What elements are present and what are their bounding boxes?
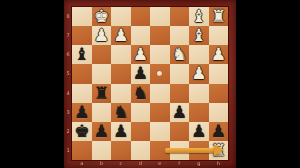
square-e2[interactable] xyxy=(150,122,170,141)
square-f3[interactable]: ♟ xyxy=(170,103,190,122)
square-h4[interactable] xyxy=(209,84,229,103)
square-c1[interactable] xyxy=(111,141,131,160)
piece-black-bishop: ♝ xyxy=(74,46,89,63)
square-a5[interactable] xyxy=(72,64,92,83)
piece-black-knight: ♞ xyxy=(133,84,148,101)
square-d6[interactable]: ♟ xyxy=(131,45,151,64)
piece-white-pawn: ♟ xyxy=(113,27,128,44)
square-f4[interactable] xyxy=(170,84,190,103)
rank-label-2: 2 xyxy=(64,129,72,134)
screenshot: 87654321 abcdefgh ♚♝♜♟♟♝♝♟♞♟♟♟♜♞♟♞♟♚♟♟♟♟… xyxy=(0,0,300,168)
square-f6[interactable]: ♞ xyxy=(170,45,190,64)
square-f7[interactable] xyxy=(170,26,190,45)
piece-black-pawn: ♟ xyxy=(74,103,89,120)
rank-label-4: 4 xyxy=(64,91,72,96)
square-e7[interactable] xyxy=(150,26,170,45)
rank-label-5: 5 xyxy=(64,71,72,76)
square-g4[interactable] xyxy=(189,84,209,103)
square-b7[interactable]: ♟ xyxy=(92,26,112,45)
square-d8[interactable] xyxy=(131,7,151,26)
piece-white-bishop: ♝ xyxy=(191,8,206,25)
square-g1[interactable] xyxy=(189,141,209,160)
chess-board: ♚♝♜♟♟♝♝♟♞♟♟♟♜♞♟♞♟♚♟♟♟♟♜ xyxy=(72,7,228,160)
piece-white-pawn: ♟ xyxy=(94,27,109,44)
square-a6[interactable]: ♝ xyxy=(72,45,92,64)
piece-white-rook: ♜ xyxy=(211,8,226,25)
rank-label-3: 3 xyxy=(64,110,72,115)
file-label-g: g xyxy=(189,161,209,166)
left-black-bar xyxy=(0,0,64,168)
square-g8[interactable]: ♝ xyxy=(189,7,209,26)
square-a8[interactable] xyxy=(72,7,92,26)
square-c2[interactable]: ♟ xyxy=(111,122,131,141)
piece-black-pawn: ♟ xyxy=(133,65,148,82)
piece-black-pawn: ♟ xyxy=(172,103,187,120)
square-h6[interactable]: ♟ xyxy=(209,45,229,64)
right-black-bar xyxy=(236,0,300,168)
rank-label-6: 6 xyxy=(64,52,72,57)
piece-white-king: ♚ xyxy=(94,8,109,25)
square-h1[interactable]: ♜ xyxy=(209,141,229,160)
file-label-c: c xyxy=(111,161,131,166)
piece-black-pawn: ♟ xyxy=(94,122,109,139)
file-label-f: f xyxy=(170,161,190,166)
piece-black-rook: ♜ xyxy=(94,84,109,101)
square-a4[interactable] xyxy=(72,84,92,103)
square-a7[interactable] xyxy=(72,26,92,45)
square-h3[interactable] xyxy=(209,103,229,122)
square-c5[interactable] xyxy=(111,64,131,83)
file-labels: abcdefgh xyxy=(72,160,228,168)
square-f1[interactable] xyxy=(170,141,190,160)
piece-black-pawn: ♟ xyxy=(191,122,206,139)
square-h7[interactable] xyxy=(209,26,229,45)
rank-label-1: 1 xyxy=(64,148,72,153)
square-a1[interactable] xyxy=(72,141,92,160)
square-e1[interactable] xyxy=(150,141,170,160)
square-e8[interactable] xyxy=(150,7,170,26)
square-c7[interactable]: ♟ xyxy=(111,26,131,45)
square-h2[interactable]: ♟ xyxy=(209,122,229,141)
piece-black-knight: ♞ xyxy=(113,103,128,120)
square-b6[interactable] xyxy=(92,45,112,64)
square-c4[interactable] xyxy=(111,84,131,103)
piece-white-pawn: ♟ xyxy=(191,65,206,82)
file-label-b: b xyxy=(92,161,112,166)
square-b4[interactable]: ♜ xyxy=(92,84,112,103)
square-f8[interactable] xyxy=(170,7,190,26)
square-c8[interactable] xyxy=(111,7,131,26)
square-e6[interactable] xyxy=(150,45,170,64)
move-indicator-dot xyxy=(157,71,162,76)
square-g7[interactable]: ♝ xyxy=(189,26,209,45)
square-a2[interactable]: ♚ xyxy=(72,122,92,141)
rank-label-7: 7 xyxy=(64,33,72,38)
square-f2[interactable] xyxy=(170,122,190,141)
square-b8[interactable]: ♚ xyxy=(92,7,112,26)
piece-white-pawn: ♟ xyxy=(211,46,226,63)
piece-white-pawn: ♟ xyxy=(133,46,148,63)
square-e3[interactable] xyxy=(150,103,170,122)
piece-white-bishop: ♝ xyxy=(191,27,206,44)
square-d4[interactable]: ♞ xyxy=(131,84,151,103)
square-g6[interactable] xyxy=(189,45,209,64)
square-g5[interactable]: ♟ xyxy=(189,64,209,83)
square-c3[interactable]: ♞ xyxy=(111,103,131,122)
piece-black-pawn: ♟ xyxy=(211,122,226,139)
square-d7[interactable] xyxy=(131,26,151,45)
file-label-a: a xyxy=(72,161,92,166)
square-g2[interactable]: ♟ xyxy=(189,122,209,141)
square-c6[interactable] xyxy=(111,45,131,64)
square-b1[interactable] xyxy=(92,141,112,160)
square-d3[interactable] xyxy=(131,103,151,122)
file-label-h: h xyxy=(209,161,229,166)
square-b3[interactable] xyxy=(92,103,112,122)
piece-white-rook: ♜ xyxy=(211,141,226,158)
square-d2[interactable] xyxy=(131,122,151,141)
square-a3[interactable]: ♟ xyxy=(72,103,92,122)
square-f5[interactable] xyxy=(170,64,190,83)
file-label-d: d xyxy=(131,161,151,166)
square-h8[interactable]: ♜ xyxy=(209,7,229,26)
rank-label-8: 8 xyxy=(64,14,72,19)
piece-black-king: ♚ xyxy=(74,122,89,139)
chess-board-frame: 87654321 abcdefgh ♚♝♜♟♟♝♝♟♞♟♟♟♜♞♟♞♟♚♟♟♟♟… xyxy=(64,0,236,168)
square-h5[interactable] xyxy=(209,64,229,83)
square-g3[interactable] xyxy=(189,103,209,122)
rank-labels: 87654321 xyxy=(64,7,72,160)
square-d5[interactable]: ♟ xyxy=(131,64,151,83)
piece-white-knight: ♞ xyxy=(172,46,187,63)
square-b5[interactable] xyxy=(92,64,112,83)
square-d1[interactable] xyxy=(131,141,151,160)
piece-black-pawn: ♟ xyxy=(113,122,128,139)
square-b2[interactable]: ♟ xyxy=(92,122,112,141)
square-e4[interactable] xyxy=(150,84,170,103)
square-e5[interactable] xyxy=(150,64,170,83)
file-label-e: e xyxy=(150,161,170,166)
